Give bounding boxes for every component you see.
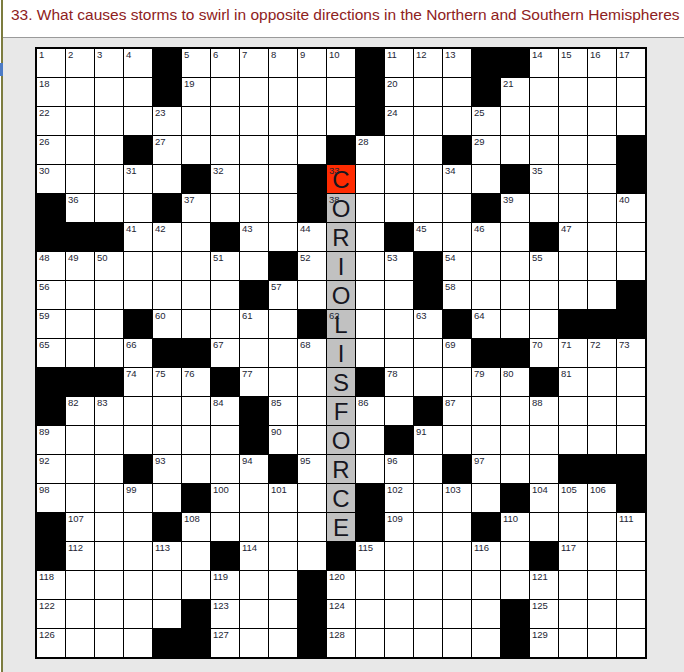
cell-r3c6[interactable]: [211, 136, 239, 164]
cell-r5c5[interactable]: 37: [182, 194, 210, 222]
cell-r8c0[interactable]: 56: [37, 281, 65, 309]
cell-r9c7[interactable]: 61: [240, 310, 268, 338]
cell-r7c9[interactable]: 52: [298, 252, 326, 280]
cell-r20c11[interactable]: [356, 629, 384, 657]
cell-r5c17[interactable]: [530, 194, 558, 222]
cell-r18c4[interactable]: [153, 571, 181, 599]
cell-r13c8[interactable]: 90: [269, 426, 297, 454]
cell-r15c6[interactable]: 100: [211, 484, 239, 512]
cell-r12c6[interactable]: 84: [211, 397, 239, 425]
cell-r10c13[interactable]: [414, 339, 442, 367]
cell-r18c0[interactable]: 118: [37, 571, 65, 599]
cell-r9c17[interactable]: [530, 310, 558, 338]
cell-r0c12[interactable]: 11: [385, 49, 413, 77]
cell-r3c1[interactable]: [66, 136, 94, 164]
cell-r8c6[interactable]: [211, 281, 239, 309]
cell-r19c3[interactable]: [124, 600, 152, 628]
cell-r10c3[interactable]: 66: [124, 339, 152, 367]
cell-r13c9[interactable]: [298, 426, 326, 454]
cell-r10c6[interactable]: 67: [211, 339, 239, 367]
cell-r10c19[interactable]: 72: [588, 339, 616, 367]
cell-r11c20[interactable]: [617, 368, 645, 396]
cell-r15c17[interactable]: 104: [530, 484, 558, 512]
cell-r16c16[interactable]: 110: [501, 513, 529, 541]
cell-r14c12[interactable]: 96: [385, 455, 413, 483]
cell-r20c8[interactable]: [269, 629, 297, 657]
cell-r11c16[interactable]: 80: [501, 368, 529, 396]
cell-r11c19[interactable]: [588, 368, 616, 396]
cell-r1c9[interactable]: [298, 78, 326, 106]
cell-r14c1[interactable]: [66, 455, 94, 483]
cell-r9c10[interactable]: L62: [327, 310, 355, 338]
cell-r12c2[interactable]: 83: [95, 397, 123, 425]
cell-r17c7[interactable]: 114: [240, 542, 268, 570]
cell-r15c2[interactable]: [95, 484, 123, 512]
cell-r1c7[interactable]: [240, 78, 268, 106]
cell-r1c1[interactable]: [66, 78, 94, 106]
cell-r5c6[interactable]: [211, 194, 239, 222]
cell-r4c0[interactable]: 30: [37, 165, 65, 193]
cell-r1c6[interactable]: [211, 78, 239, 106]
cell-r17c5[interactable]: [182, 542, 210, 570]
cell-r17c13[interactable]: [414, 542, 442, 570]
cell-r13c1[interactable]: [66, 426, 94, 454]
cell-r4c15[interactable]: [472, 165, 500, 193]
cell-r9c0[interactable]: 59: [37, 310, 65, 338]
cell-r3c16[interactable]: [501, 136, 529, 164]
cell-r5c14[interactable]: [443, 194, 471, 222]
cell-r15c4[interactable]: [153, 484, 181, 512]
cell-r1c14[interactable]: [443, 78, 471, 106]
cell-r0c13[interactable]: 12: [414, 49, 442, 77]
cell-r0c14[interactable]: 13: [443, 49, 471, 77]
cell-r4c18[interactable]: [559, 165, 587, 193]
cell-r14c5[interactable]: [182, 455, 210, 483]
cell-r13c4[interactable]: [153, 426, 181, 454]
cell-r11c5[interactable]: 76: [182, 368, 210, 396]
cell-r8c11[interactable]: [356, 281, 384, 309]
cell-r1c12[interactable]: 20: [385, 78, 413, 106]
cell-r14c13[interactable]: [414, 455, 442, 483]
cell-r16c9[interactable]: [298, 513, 326, 541]
cell-r17c15[interactable]: 116: [472, 542, 500, 570]
cell-r12c11[interactable]: 86: [356, 397, 384, 425]
cell-r7c2[interactable]: 50: [95, 252, 123, 280]
cell-r4c14[interactable]: 34: [443, 165, 471, 193]
cell-r7c12[interactable]: 53: [385, 252, 413, 280]
cell-r7c18[interactable]: [559, 252, 587, 280]
cell-r13c18[interactable]: [559, 426, 587, 454]
cell-r7c7[interactable]: [240, 252, 268, 280]
cell-r0c3[interactable]: 4: [124, 49, 152, 77]
cell-r8c12[interactable]: [385, 281, 413, 309]
cell-r16c5[interactable]: 108: [182, 513, 210, 541]
cell-r9c6[interactable]: [211, 310, 239, 338]
cell-r7c6[interactable]: 51: [211, 252, 239, 280]
cell-r0c9[interactable]: 9: [298, 49, 326, 77]
cell-r2c7[interactable]: [240, 107, 268, 135]
cell-r7c15[interactable]: [472, 252, 500, 280]
cell-r4c1[interactable]: [66, 165, 94, 193]
cell-r5c18[interactable]: [559, 194, 587, 222]
cell-r14c9[interactable]: 95: [298, 455, 326, 483]
cell-r12c4[interactable]: [153, 397, 181, 425]
cell-r4c12[interactable]: [385, 165, 413, 193]
cell-r12c5[interactable]: [182, 397, 210, 425]
cell-r3c9[interactable]: [298, 136, 326, 164]
cell-r6c15[interactable]: 46: [472, 223, 500, 251]
cell-r17c1[interactable]: 112: [66, 542, 94, 570]
cell-r14c15[interactable]: 97: [472, 455, 500, 483]
cell-r1c10[interactable]: [327, 78, 355, 106]
cell-r5c3[interactable]: [124, 194, 152, 222]
cell-r7c17[interactable]: 55: [530, 252, 558, 280]
cell-r4c7[interactable]: [240, 165, 268, 193]
cell-r11c7[interactable]: 77: [240, 368, 268, 396]
cell-r3c7[interactable]: [240, 136, 268, 164]
cell-r5c11[interactable]: [356, 194, 384, 222]
cell-r20c0[interactable]: 126: [37, 629, 65, 657]
cell-r10c8[interactable]: [269, 339, 297, 367]
cell-r15c0[interactable]: 98: [37, 484, 65, 512]
cell-r16c1[interactable]: 107: [66, 513, 94, 541]
cell-r7c14[interactable]: 54: [443, 252, 471, 280]
cell-r8c15[interactable]: [472, 281, 500, 309]
cell-r15c13[interactable]: [414, 484, 442, 512]
cell-r0c6[interactable]: 6: [211, 49, 239, 77]
cell-r8c10[interactable]: O: [327, 281, 355, 309]
cell-r1c20[interactable]: [617, 78, 645, 106]
cell-r12c9[interactable]: [298, 397, 326, 425]
cell-r8c3[interactable]: [124, 281, 152, 309]
cell-r13c16[interactable]: [501, 426, 529, 454]
cell-r8c5[interactable]: [182, 281, 210, 309]
cell-r10c14[interactable]: 69: [443, 339, 471, 367]
cell-r14c2[interactable]: [95, 455, 123, 483]
cell-r8c18[interactable]: [559, 281, 587, 309]
cell-r2c5[interactable]: [182, 107, 210, 135]
cell-r9c11[interactable]: [356, 310, 384, 338]
cell-r4c17[interactable]: 35: [530, 165, 558, 193]
cell-r6c8[interactable]: [269, 223, 297, 251]
cell-r20c1[interactable]: [66, 629, 94, 657]
cell-r19c0[interactable]: 122: [37, 600, 65, 628]
cell-r3c4[interactable]: 27: [153, 136, 181, 164]
cell-r5c1[interactable]: 36: [66, 194, 94, 222]
cell-r3c0[interactable]: 26: [37, 136, 65, 164]
cell-r12c19[interactable]: [588, 397, 616, 425]
cell-r16c7[interactable]: [240, 513, 268, 541]
cell-r10c7[interactable]: [240, 339, 268, 367]
cell-r10c0[interactable]: 65: [37, 339, 65, 367]
cell-r18c20[interactable]: [617, 571, 645, 599]
cell-r12c16[interactable]: [501, 397, 529, 425]
cell-r11c15[interactable]: 79: [472, 368, 500, 396]
cell-r18c16[interactable]: [501, 571, 529, 599]
cell-r19c18[interactable]: [559, 600, 587, 628]
cell-r16c19[interactable]: [588, 513, 616, 541]
cell-r11c3[interactable]: 74: [124, 368, 152, 396]
cell-r6c18[interactable]: 47: [559, 223, 587, 251]
cell-r11c8[interactable]: [269, 368, 297, 396]
cell-r19c2[interactable]: [95, 600, 123, 628]
cell-r7c0[interactable]: 48: [37, 252, 65, 280]
cell-r1c18[interactable]: [559, 78, 587, 106]
cell-r5c20[interactable]: 40: [617, 194, 645, 222]
cell-r6c14[interactable]: [443, 223, 471, 251]
cell-r7c3[interactable]: [124, 252, 152, 280]
cell-r18c5[interactable]: [182, 571, 210, 599]
cell-r4c11[interactable]: [356, 165, 384, 193]
cell-r2c1[interactable]: [66, 107, 94, 135]
cell-r3c19[interactable]: [588, 136, 616, 164]
cell-r14c17[interactable]: [530, 455, 558, 483]
cell-r12c14[interactable]: 87: [443, 397, 471, 425]
cell-r8c1[interactable]: [66, 281, 94, 309]
cell-r10c2[interactable]: [95, 339, 123, 367]
cell-r2c12[interactable]: 24: [385, 107, 413, 135]
cell-r7c1[interactable]: 49: [66, 252, 94, 280]
cell-r18c8[interactable]: [269, 571, 297, 599]
cell-r12c12[interactable]: [385, 397, 413, 425]
cell-r19c19[interactable]: [588, 600, 616, 628]
cell-r14c0[interactable]: 92: [37, 455, 65, 483]
cell-r17c16[interactable]: [501, 542, 529, 570]
cell-r6c13[interactable]: 45: [414, 223, 442, 251]
cell-r2c19[interactable]: [588, 107, 616, 135]
cell-r7c16[interactable]: [501, 252, 529, 280]
cell-r17c3[interactable]: [124, 542, 152, 570]
cell-r14c16[interactable]: [501, 455, 529, 483]
cell-r12c18[interactable]: [559, 397, 587, 425]
cell-r3c11[interactable]: 28: [356, 136, 384, 164]
cell-r0c20[interactable]: 17: [617, 49, 645, 77]
cell-r2c20[interactable]: [617, 107, 645, 135]
cell-r6c10[interactable]: R: [327, 223, 355, 251]
cell-r3c17[interactable]: [530, 136, 558, 164]
cell-r13c14[interactable]: [443, 426, 471, 454]
cell-r17c12[interactable]: [385, 542, 413, 570]
cell-r5c10[interactable]: O38: [327, 194, 355, 222]
cell-r13c10[interactable]: O: [327, 426, 355, 454]
cell-r8c9[interactable]: [298, 281, 326, 309]
cell-r20c2[interactable]: [95, 629, 123, 657]
cell-r13c3[interactable]: [124, 426, 152, 454]
cell-r14c10[interactable]: R: [327, 455, 355, 483]
cell-r0c8[interactable]: 8: [269, 49, 297, 77]
cell-r20c6[interactable]: 127: [211, 629, 239, 657]
cell-r0c18[interactable]: 15: [559, 49, 587, 77]
cell-r15c15[interactable]: [472, 484, 500, 512]
cell-r5c19[interactable]: [588, 194, 616, 222]
cell-r13c0[interactable]: 89: [37, 426, 65, 454]
cell-r10c1[interactable]: [66, 339, 94, 367]
cell-r2c6[interactable]: [211, 107, 239, 135]
cell-r9c12[interactable]: [385, 310, 413, 338]
cell-r20c14[interactable]: [443, 629, 471, 657]
cell-r20c20[interactable]: [617, 629, 645, 657]
cell-r1c17[interactable]: [530, 78, 558, 106]
cell-r11c13[interactable]: [414, 368, 442, 396]
cell-r15c18[interactable]: 105: [559, 484, 587, 512]
cell-r2c17[interactable]: [530, 107, 558, 135]
cell-r15c12[interactable]: 102: [385, 484, 413, 512]
cell-r1c5[interactable]: 19: [182, 78, 210, 106]
cell-r15c9[interactable]: [298, 484, 326, 512]
cell-r19c17[interactable]: 125: [530, 600, 558, 628]
cell-r4c3[interactable]: 31: [124, 165, 152, 193]
cell-r1c19[interactable]: [588, 78, 616, 106]
cell-r6c4[interactable]: 42: [153, 223, 181, 251]
cell-r3c15[interactable]: 29: [472, 136, 500, 164]
cell-r2c0[interactable]: 22: [37, 107, 65, 135]
cell-r13c13[interactable]: 91: [414, 426, 442, 454]
cell-r18c17[interactable]: 121: [530, 571, 558, 599]
cell-r4c8[interactable]: [269, 165, 297, 193]
cell-r20c10[interactable]: 128: [327, 629, 355, 657]
cell-r8c14[interactable]: 58: [443, 281, 471, 309]
cell-r14c4[interactable]: 93: [153, 455, 181, 483]
cell-r12c1[interactable]: 82: [66, 397, 94, 425]
cell-r16c8[interactable]: [269, 513, 297, 541]
cell-r5c16[interactable]: 39: [501, 194, 529, 222]
cell-r6c7[interactable]: 43: [240, 223, 268, 251]
cell-r18c12[interactable]: [385, 571, 413, 599]
cell-r17c8[interactable]: [269, 542, 297, 570]
cell-r12c10[interactable]: F: [327, 397, 355, 425]
cell-r5c2[interactable]: [95, 194, 123, 222]
cell-r19c11[interactable]: [356, 600, 384, 628]
cell-r2c14[interactable]: [443, 107, 471, 135]
cell-r0c5[interactable]: 5: [182, 49, 210, 77]
cell-r0c19[interactable]: 16: [588, 49, 616, 77]
cell-r11c12[interactable]: 78: [385, 368, 413, 396]
cell-r5c8[interactable]: [269, 194, 297, 222]
cell-r18c6[interactable]: 119: [211, 571, 239, 599]
cell-r8c4[interactable]: [153, 281, 181, 309]
cell-r18c14[interactable]: [443, 571, 471, 599]
cell-r11c18[interactable]: 81: [559, 368, 587, 396]
cell-r16c3[interactable]: [124, 513, 152, 541]
cell-r9c2[interactable]: [95, 310, 123, 338]
cell-r16c10[interactable]: E: [327, 513, 355, 541]
cell-r14c11[interactable]: [356, 455, 384, 483]
cell-r4c13[interactable]: [414, 165, 442, 193]
cell-r6c19[interactable]: [588, 223, 616, 251]
cell-r17c20[interactable]: [617, 542, 645, 570]
cell-r19c13[interactable]: [414, 600, 442, 628]
cell-r17c4[interactable]: 113: [153, 542, 181, 570]
cell-r17c18[interactable]: 117: [559, 542, 587, 570]
cell-r5c7[interactable]: [240, 194, 268, 222]
cell-r19c12[interactable]: [385, 600, 413, 628]
cell-r15c3[interactable]: 99: [124, 484, 152, 512]
cell-r18c11[interactable]: [356, 571, 384, 599]
cell-r14c6[interactable]: [211, 455, 239, 483]
cell-r10c20[interactable]: 73: [617, 339, 645, 367]
cell-r20c7[interactable]: [240, 629, 268, 657]
cell-r18c15[interactable]: [472, 571, 500, 599]
cell-r1c0[interactable]: 18: [37, 78, 65, 106]
cell-r5c13[interactable]: [414, 194, 442, 222]
cell-r19c20[interactable]: [617, 600, 645, 628]
cell-r5c12[interactable]: [385, 194, 413, 222]
cell-r16c14[interactable]: [443, 513, 471, 541]
cell-r2c2[interactable]: [95, 107, 123, 135]
cell-r18c19[interactable]: [588, 571, 616, 599]
cell-r8c2[interactable]: [95, 281, 123, 309]
cell-r20c17[interactable]: 129: [530, 629, 558, 657]
cell-r3c5[interactable]: [182, 136, 210, 164]
cell-r0c0[interactable]: 1: [37, 49, 65, 77]
cell-r4c10[interactable]: C33: [327, 165, 355, 193]
cell-r4c6[interactable]: 32: [211, 165, 239, 193]
cell-r2c18[interactable]: [559, 107, 587, 135]
cell-r2c13[interactable]: [414, 107, 442, 135]
cell-r1c13[interactable]: [414, 78, 442, 106]
cell-r10c18[interactable]: 71: [559, 339, 587, 367]
cell-r18c2[interactable]: [95, 571, 123, 599]
cell-r9c8[interactable]: [269, 310, 297, 338]
cell-r12c3[interactable]: [124, 397, 152, 425]
cell-r19c14[interactable]: [443, 600, 471, 628]
cell-r3c12[interactable]: [385, 136, 413, 164]
cell-r20c19[interactable]: [588, 629, 616, 657]
cell-r6c9[interactable]: 44: [298, 223, 326, 251]
cell-r6c16[interactable]: [501, 223, 529, 251]
cell-r16c2[interactable]: [95, 513, 123, 541]
cell-r15c14[interactable]: 103: [443, 484, 471, 512]
cell-r18c1[interactable]: [66, 571, 94, 599]
cell-r1c3[interactable]: [124, 78, 152, 106]
cell-r9c15[interactable]: 64: [472, 310, 500, 338]
cell-r13c17[interactable]: [530, 426, 558, 454]
cell-r2c15[interactable]: 25: [472, 107, 500, 135]
cell-r13c6[interactable]: [211, 426, 239, 454]
cell-r18c3[interactable]: [124, 571, 152, 599]
cell-r18c7[interactable]: [240, 571, 268, 599]
cell-r2c8[interactable]: [269, 107, 297, 135]
cell-r6c5[interactable]: [182, 223, 210, 251]
cell-r19c1[interactable]: [66, 600, 94, 628]
cell-r9c5[interactable]: [182, 310, 210, 338]
cell-r17c2[interactable]: [95, 542, 123, 570]
cell-r0c2[interactable]: 3: [95, 49, 123, 77]
cell-r0c10[interactable]: 10: [327, 49, 355, 77]
cell-r2c16[interactable]: [501, 107, 529, 135]
cell-r0c7[interactable]: 7: [240, 49, 268, 77]
cell-r19c8[interactable]: [269, 600, 297, 628]
cell-r16c6[interactable]: [211, 513, 239, 541]
cell-r9c1[interactable]: [66, 310, 94, 338]
cell-r10c17[interactable]: 70: [530, 339, 558, 367]
cell-r6c3[interactable]: 41: [124, 223, 152, 251]
cell-r17c11[interactable]: 115: [356, 542, 384, 570]
cell-r19c10[interactable]: 124: [327, 600, 355, 628]
cell-r18c10[interactable]: 120: [327, 571, 355, 599]
cell-r20c13[interactable]: [414, 629, 442, 657]
cell-r10c9[interactable]: 68: [298, 339, 326, 367]
cell-r1c8[interactable]: [269, 78, 297, 106]
cell-r11c10[interactable]: S: [327, 368, 355, 396]
cell-r15c8[interactable]: 101: [269, 484, 297, 512]
cell-r6c20[interactable]: [617, 223, 645, 251]
cell-r19c15[interactable]: [472, 600, 500, 628]
cell-r14c7[interactable]: 94: [240, 455, 268, 483]
cell-r20c3[interactable]: [124, 629, 152, 657]
cell-r19c6[interactable]: 123: [211, 600, 239, 628]
cell-r0c17[interactable]: 14: [530, 49, 558, 77]
